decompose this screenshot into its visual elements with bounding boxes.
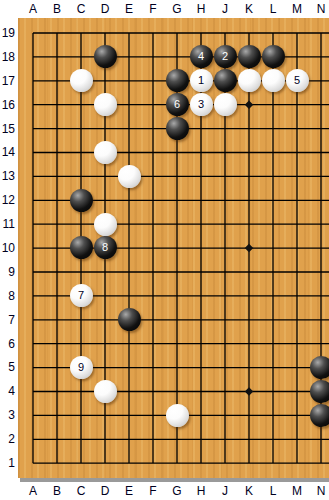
column-label: N [309,483,329,499]
go-stone-black-D10: 8 [94,236,117,259]
go-stone-black-E7 [118,308,141,331]
go-stone-white-C5: 9 [70,356,93,379]
column-label: C [69,483,93,499]
row-label: 10 [0,236,16,260]
column-label: N [309,1,329,17]
row-label: 13 [0,164,16,188]
column-label: L [261,483,285,499]
column-labels-bottom: ABCDEFGHJKLMN [21,483,329,499]
go-stone-white-J16 [214,93,237,116]
go-stone-black-C10 [70,236,93,259]
column-label: C [69,1,93,17]
column-label: K [237,1,261,17]
row-label: 5 [0,355,16,379]
go-stone-white-L17 [262,69,285,92]
column-label: E [117,483,141,499]
row-label: 17 [0,69,16,93]
go-stone-black-L18 [262,45,285,68]
row-label: 3 [0,403,16,427]
column-label: E [117,1,141,17]
row-label: 11 [0,212,16,236]
go-stone-black-N4 [310,380,329,403]
go-stone-black-G15 [166,117,189,140]
column-label: H [189,483,213,499]
go-stone-black-N3 [310,404,329,427]
column-label: F [141,1,165,17]
go-stone-black-D18 [94,45,117,68]
board-drop-shadow [20,478,329,482]
row-labels-left: 19181716151413121110987654321 [0,21,16,475]
column-label: H [189,1,213,17]
go-stone-white-K17 [238,69,261,92]
go-diagram-window: 421563879 ABCDEFGHJKLMN 1918171615141312… [0,0,329,500]
row-label: 9 [0,260,16,284]
go-board[interactable]: 421563879 [18,18,329,478]
go-stone-black-J18: 2 [214,45,237,68]
go-stone-black-J17 [214,69,237,92]
row-label: 7 [0,308,16,332]
go-stone-white-H17: 1 [190,69,213,92]
go-stone-white-E13 [118,165,141,188]
row-label: 6 [0,332,16,356]
row-label: 19 [0,21,16,45]
column-label: K [237,483,261,499]
stones-layer: 421563879 [21,21,329,475]
column-label: D [93,1,117,17]
column-label: B [45,483,69,499]
row-label: 14 [0,140,16,164]
go-stone-white-C8: 7 [70,284,93,307]
column-label: B [45,1,69,17]
row-label: 12 [0,188,16,212]
row-label: 4 [0,379,16,403]
row-label: 8 [0,284,16,308]
column-label: M [285,483,309,499]
go-stone-white-M17: 5 [286,69,309,92]
go-stone-white-D4 [94,380,117,403]
column-label: G [165,483,189,499]
column-label: J [213,483,237,499]
column-label: A [21,1,45,17]
row-label: 1 [0,451,16,475]
column-label: F [141,483,165,499]
column-label: M [285,1,309,17]
go-stone-black-G16: 6 [166,93,189,116]
row-label: 2 [0,427,16,451]
column-label: A [21,483,45,499]
column-label: J [213,1,237,17]
go-stone-black-H18: 4 [190,45,213,68]
column-labels-top: ABCDEFGHJKLMN [21,1,329,17]
go-stone-white-C17 [70,69,93,92]
column-label: D [93,483,117,499]
row-label: 16 [0,93,16,117]
go-stone-black-N5 [310,356,329,379]
go-stone-black-G17 [166,69,189,92]
row-label: 15 [0,117,16,141]
go-stone-white-D14 [94,141,117,164]
column-label: G [165,1,189,17]
row-label: 18 [0,45,16,69]
go-stone-white-G3 [166,404,189,427]
go-stone-black-K18 [238,45,261,68]
go-stone-white-H16: 3 [190,93,213,116]
go-stone-white-D11 [94,213,117,236]
go-stone-black-C12 [70,189,93,212]
go-stone-white-D16 [94,93,117,116]
column-label: L [261,1,285,17]
